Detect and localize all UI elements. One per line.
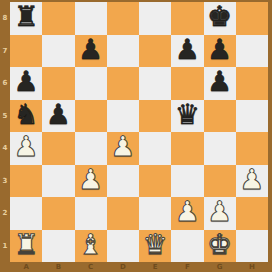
- square-a6[interactable]: ♟: [10, 67, 42, 100]
- square-c4[interactable]: [75, 132, 107, 165]
- piece-white-pawn[interactable]: ♟: [14, 133, 39, 161]
- square-c5[interactable]: [75, 100, 107, 133]
- square-e2[interactable]: [139, 197, 171, 230]
- square-d1[interactable]: [107, 230, 139, 263]
- square-c3[interactable]: ♟: [75, 165, 107, 198]
- square-e6[interactable]: [139, 67, 171, 100]
- rank-label-1: 1: [0, 230, 10, 263]
- piece-black-pawn[interactable]: ♟: [78, 36, 103, 64]
- square-c6[interactable]: [75, 67, 107, 100]
- square-f3[interactable]: [171, 165, 203, 198]
- piece-white-king[interactable]: ♚: [207, 231, 232, 259]
- piece-black-king[interactable]: ♚: [207, 3, 232, 31]
- square-g7[interactable]: ♟: [204, 35, 236, 68]
- square-d5[interactable]: [107, 100, 139, 133]
- piece-black-pawn[interactable]: ♟: [207, 36, 232, 64]
- square-d2[interactable]: [107, 197, 139, 230]
- square-h1[interactable]: [236, 230, 268, 263]
- rank-label-8: 8: [0, 2, 10, 35]
- piece-white-bishop[interactable]: ♝: [78, 231, 103, 259]
- square-g4[interactable]: [204, 132, 236, 165]
- piece-white-rook[interactable]: ♜: [14, 231, 39, 259]
- square-a1[interactable]: ♜: [10, 230, 42, 263]
- square-d4[interactable]: ♟: [107, 132, 139, 165]
- rank-label-4: 4: [0, 132, 10, 165]
- square-b2[interactable]: [42, 197, 74, 230]
- square-g1[interactable]: ♚: [204, 230, 236, 263]
- square-h5[interactable]: [236, 100, 268, 133]
- square-d8[interactable]: [107, 2, 139, 35]
- square-a8[interactable]: ♜: [10, 2, 42, 35]
- square-e4[interactable]: [139, 132, 171, 165]
- square-b1[interactable]: [42, 230, 74, 263]
- square-a3[interactable]: [10, 165, 42, 198]
- square-f2[interactable]: ♟: [171, 197, 203, 230]
- piece-black-pawn[interactable]: ♟: [14, 68, 39, 96]
- square-b6[interactable]: [42, 67, 74, 100]
- rank-label-5: 5: [0, 100, 10, 133]
- rank-label-3: 3: [0, 165, 10, 198]
- square-a2[interactable]: [10, 197, 42, 230]
- file-labels: ABCDEFGH: [10, 262, 268, 272]
- square-a5[interactable]: ♞: [10, 100, 42, 133]
- square-h8[interactable]: [236, 2, 268, 35]
- file-label-h: H: [236, 262, 268, 272]
- piece-white-pawn[interactable]: ♟: [175, 198, 200, 226]
- square-e1[interactable]: ♛: [139, 230, 171, 263]
- file-label-f: F: [171, 262, 203, 272]
- square-h7[interactable]: [236, 35, 268, 68]
- square-c7[interactable]: ♟: [75, 35, 107, 68]
- piece-white-pawn[interactable]: ♟: [78, 166, 103, 194]
- piece-black-pawn[interactable]: ♟: [46, 101, 71, 129]
- rank-label-7: 7: [0, 35, 10, 68]
- square-b7[interactable]: [42, 35, 74, 68]
- square-h6[interactable]: [236, 67, 268, 100]
- square-f6[interactable]: [171, 67, 203, 100]
- square-d6[interactable]: [107, 67, 139, 100]
- piece-white-pawn[interactable]: ♟: [239, 166, 264, 194]
- piece-black-pawn[interactable]: ♟: [207, 68, 232, 96]
- square-a7[interactable]: [10, 35, 42, 68]
- square-g8[interactable]: ♚: [204, 2, 236, 35]
- square-a4[interactable]: ♟: [10, 132, 42, 165]
- square-b5[interactable]: ♟: [42, 100, 74, 133]
- piece-black-rook[interactable]: ♜: [14, 3, 39, 31]
- file-label-c: C: [75, 262, 107, 272]
- rank-label-2: 2: [0, 197, 10, 230]
- square-g2[interactable]: ♟: [204, 197, 236, 230]
- file-label-g: G: [204, 262, 236, 272]
- square-g5[interactable]: [204, 100, 236, 133]
- chess-board-frame: 87654321 ♜♚♟♟♟♟♟♞♟♛♟♟♟♟♟♟♜♝♛♚ ABCDEFGH: [0, 0, 272, 272]
- piece-white-queen[interactable]: ♛: [143, 231, 168, 259]
- chess-board[interactable]: ♜♚♟♟♟♟♟♞♟♛♟♟♟♟♟♟♜♝♛♚: [10, 2, 268, 262]
- piece-black-knight[interactable]: ♞: [14, 101, 39, 129]
- square-g3[interactable]: [204, 165, 236, 198]
- square-f4[interactable]: [171, 132, 203, 165]
- piece-white-pawn[interactable]: ♟: [207, 198, 232, 226]
- square-e7[interactable]: [139, 35, 171, 68]
- square-b3[interactable]: [42, 165, 74, 198]
- file-label-e: E: [139, 262, 171, 272]
- square-c1[interactable]: ♝: [75, 230, 107, 263]
- square-c8[interactable]: [75, 2, 107, 35]
- square-g6[interactable]: ♟: [204, 67, 236, 100]
- piece-black-queen[interactable]: ♛: [175, 101, 200, 129]
- rank-labels: 87654321: [0, 2, 10, 262]
- square-d7[interactable]: [107, 35, 139, 68]
- square-h3[interactable]: ♟: [236, 165, 268, 198]
- square-f5[interactable]: ♛: [171, 100, 203, 133]
- square-f8[interactable]: [171, 2, 203, 35]
- square-h2[interactable]: [236, 197, 268, 230]
- file-label-b: B: [42, 262, 74, 272]
- piece-white-pawn[interactable]: ♟: [110, 133, 135, 161]
- square-e3[interactable]: [139, 165, 171, 198]
- square-b4[interactable]: [42, 132, 74, 165]
- square-h4[interactable]: [236, 132, 268, 165]
- square-e5[interactable]: [139, 100, 171, 133]
- file-label-a: A: [10, 262, 42, 272]
- square-d3[interactable]: [107, 165, 139, 198]
- file-label-d: D: [107, 262, 139, 272]
- square-f1[interactable]: [171, 230, 203, 263]
- square-b8[interactable]: [42, 2, 74, 35]
- square-f7[interactable]: ♟: [171, 35, 203, 68]
- piece-black-pawn[interactable]: ♟: [175, 36, 200, 64]
- square-e8[interactable]: [139, 2, 171, 35]
- rank-label-6: 6: [0, 67, 10, 100]
- square-c2[interactable]: [75, 197, 107, 230]
